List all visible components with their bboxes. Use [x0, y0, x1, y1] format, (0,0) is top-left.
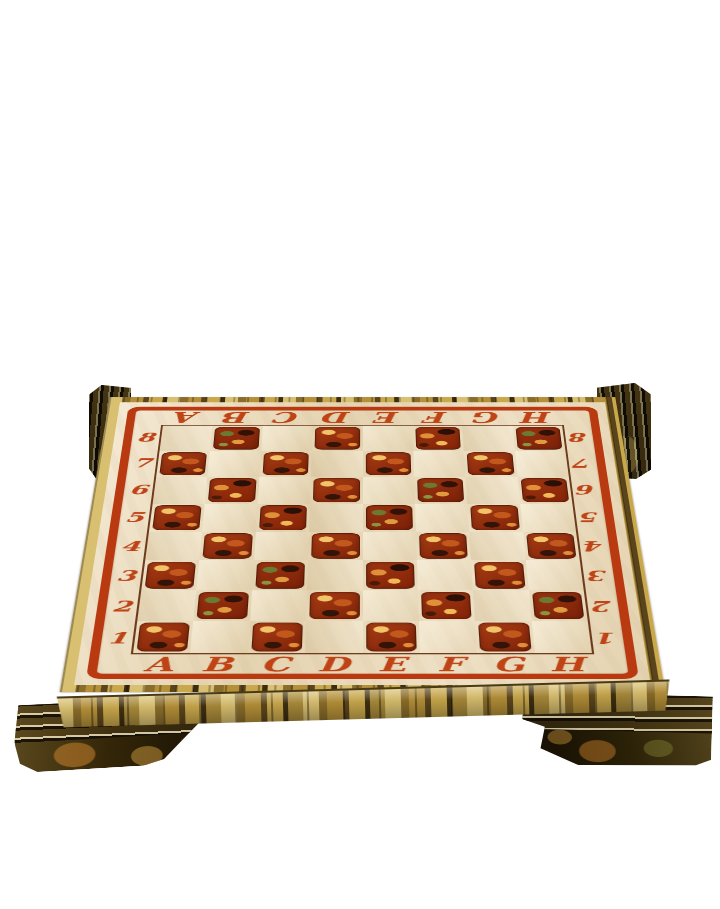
file-label-top-d: D [312, 410, 362, 424]
square-b3 [197, 560, 254, 590]
square-e4 [363, 532, 417, 561]
square-c4 [254, 532, 309, 561]
square-b4 [200, 532, 256, 561]
file-label-top-c: C [262, 410, 313, 424]
square-g2 [473, 590, 531, 621]
square-d6 [310, 477, 362, 504]
file-labels-bottom: ABCDEFGH [128, 654, 597, 673]
square-h1 [531, 621, 592, 653]
square-c1 [248, 621, 306, 653]
rank-label-left-3: 3 [109, 561, 143, 591]
square-d3 [307, 560, 362, 590]
square-d8 [312, 426, 363, 451]
square-f8 [412, 426, 464, 451]
square-a3 [141, 560, 199, 590]
square-f2 [418, 590, 475, 621]
square-d5 [309, 504, 362, 532]
rank-label-left-1: 1 [100, 622, 135, 654]
amber-chessboard-photo: ABCDEFGH ABCDEFGH 87654321 87654321 [0, 0, 720, 909]
square-f3 [417, 560, 473, 590]
square-h3 [525, 560, 583, 590]
square-c3 [252, 560, 308, 590]
rank-label-right-6: 6 [571, 476, 603, 503]
rank-label-left-7: 7 [126, 450, 157, 476]
file-label-bottom-g: G [478, 654, 538, 673]
file-label-bottom-f: F [420, 654, 479, 673]
board-surface: ABCDEFGH ABCDEFGH 87654321 87654321 [74, 402, 651, 685]
square-h2 [528, 590, 587, 621]
square-g5 [467, 504, 522, 532]
file-label-top-f: F [412, 410, 463, 424]
square-g6 [466, 477, 520, 504]
square-h8 [512, 426, 565, 451]
square-d7 [311, 451, 363, 477]
square-a7 [156, 451, 210, 477]
square-e3 [363, 560, 418, 590]
square-h6 [517, 477, 572, 504]
rank-label-right-8: 8 [564, 425, 595, 450]
chess-board: ABCDEFGH ABCDEFGH 87654321 87654321 [60, 397, 665, 692]
file-labels-top: ABCDEFGH [161, 410, 564, 424]
square-f4 [416, 532, 471, 561]
square-e7 [363, 451, 415, 477]
square-e8 [363, 426, 414, 451]
file-label-top-h: H [512, 410, 564, 424]
square-d4 [308, 532, 362, 561]
file-label-top-a: A [161, 410, 213, 424]
square-e5 [363, 504, 416, 532]
square-g3 [471, 560, 528, 590]
square-g4 [469, 532, 525, 561]
square-a5 [149, 504, 205, 532]
square-f1 [419, 621, 477, 653]
square-f5 [415, 504, 469, 532]
square-c5 [256, 504, 310, 532]
checkerboard-grid [131, 425, 595, 655]
square-a8 [160, 426, 213, 451]
file-label-top-e: E [363, 410, 413, 424]
rank-label-right-7: 7 [567, 450, 598, 476]
square-e2 [363, 590, 419, 621]
square-g8 [462, 426, 514, 451]
square-f6 [414, 477, 467, 504]
rank-label-right-3: 3 [582, 561, 616, 591]
rank-label-left-6: 6 [122, 476, 154, 503]
square-d1 [305, 621, 362, 653]
square-h5 [520, 504, 576, 532]
rank-label-left-8: 8 [130, 425, 161, 450]
square-h4 [523, 532, 580, 561]
rank-label-left-5: 5 [118, 503, 151, 531]
square-a4 [145, 532, 202, 561]
square-b7 [208, 451, 261, 477]
square-b1 [190, 621, 249, 653]
rank-label-right-5: 5 [574, 503, 607, 531]
square-a2 [137, 590, 196, 621]
square-e1 [363, 621, 420, 653]
square-b8 [210, 426, 262, 451]
rank-label-right-4: 4 [578, 532, 611, 561]
square-f7 [413, 451, 465, 477]
file-label-top-g: G [462, 410, 513, 424]
square-d2 [306, 590, 362, 621]
rank-label-right-2: 2 [586, 591, 621, 622]
rank-label-left-4: 4 [114, 532, 147, 561]
file-label-top-b: B [211, 410, 262, 424]
square-c8 [261, 426, 313, 451]
rank-label-right-1: 1 [590, 622, 625, 654]
square-b2 [194, 590, 252, 621]
square-b6 [205, 477, 259, 504]
file-label-bottom-b: B [187, 654, 247, 673]
file-label-bottom-h: H [536, 654, 596, 673]
square-e6 [363, 477, 415, 504]
square-c7 [259, 451, 311, 477]
square-g7 [464, 451, 517, 477]
file-label-bottom-c: C [245, 654, 304, 673]
file-label-bottom-e: E [363, 654, 422, 673]
square-g1 [475, 621, 534, 653]
file-label-bottom-a: A [128, 654, 188, 673]
square-h7 [515, 451, 569, 477]
square-b5 [202, 504, 257, 532]
file-label-bottom-d: D [304, 654, 363, 673]
square-a6 [153, 477, 208, 504]
square-c2 [250, 590, 307, 621]
rank-label-left-2: 2 [104, 591, 139, 622]
square-c6 [258, 477, 311, 504]
square-a1 [133, 621, 194, 653]
